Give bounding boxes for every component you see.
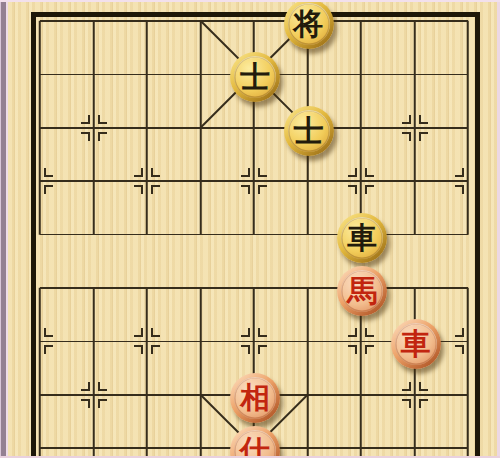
star-point-mark (241, 168, 250, 177)
star-point-mark (365, 185, 374, 194)
star-point-mark (402, 132, 411, 141)
star-point-mark (455, 168, 464, 177)
star-point-mark (134, 345, 143, 354)
red-chariot-glyph: 車 (395, 323, 437, 365)
red-elephant[interactable]: 相 (230, 373, 280, 423)
star-point-mark (258, 345, 267, 354)
star-point-mark (134, 168, 143, 177)
window-frame-top (0, 0, 500, 2)
black-general[interactable]: 将 (284, 0, 334, 49)
file-line-bottom (414, 288, 416, 458)
star-point-mark (258, 328, 267, 337)
star-point-mark (402, 115, 411, 124)
file-line-top (414, 21, 416, 235)
star-point-mark (81, 382, 90, 391)
star-point-mark (419, 132, 428, 141)
red-advisor-glyph: 仕 (234, 430, 276, 458)
file-line-bottom (467, 288, 469, 458)
xiangqi-app-window: 将士士車馬車相仕 (0, 0, 500, 458)
star-point-mark (365, 345, 374, 354)
star-point-mark (44, 345, 53, 354)
black-advisor-2-glyph: 士 (288, 110, 330, 152)
file-line-top (39, 21, 41, 235)
star-point-mark (44, 168, 53, 177)
star-point-mark (98, 399, 107, 408)
star-point-mark (258, 168, 267, 177)
window-frame-left (0, 0, 8, 458)
xiangqi-board[interactable]: 将士士車馬車相仕 (0, 0, 500, 458)
star-point-mark (44, 185, 53, 194)
star-point-mark (365, 328, 374, 337)
star-point-mark (44, 328, 53, 337)
star-point-mark (455, 345, 464, 354)
star-point-mark (348, 328, 357, 337)
red-elephant-glyph: 相 (234, 377, 276, 419)
red-horse-glyph: 馬 (341, 270, 383, 312)
file-line-bottom (146, 288, 148, 458)
star-point-mark (455, 328, 464, 337)
star-point-mark (419, 115, 428, 124)
star-point-mark (81, 399, 90, 408)
file-line-bottom (39, 288, 41, 458)
star-point-mark (241, 345, 250, 354)
star-point-mark (348, 185, 357, 194)
star-point-mark (81, 115, 90, 124)
file-line-bottom (200, 288, 202, 458)
star-point-mark (365, 168, 374, 177)
star-point-mark (98, 132, 107, 141)
star-point-mark (151, 345, 160, 354)
file-line-bottom (307, 288, 309, 458)
red-horse[interactable]: 馬 (337, 266, 387, 316)
star-point-mark (241, 185, 250, 194)
star-point-mark (134, 185, 143, 194)
file-line-top (93, 21, 95, 235)
file-line-top (146, 21, 148, 235)
star-point-mark (402, 399, 411, 408)
black-general-glyph: 将 (288, 3, 330, 45)
star-point-mark (151, 168, 160, 177)
file-line-bottom (93, 288, 95, 458)
star-point-mark (348, 345, 357, 354)
red-chariot[interactable]: 車 (391, 319, 441, 369)
black-chariot-glyph: 車 (341, 217, 383, 259)
star-point-mark (348, 168, 357, 177)
black-chariot[interactable]: 車 (337, 213, 387, 263)
star-point-mark (402, 382, 411, 391)
star-point-mark (419, 382, 428, 391)
star-point-mark (241, 328, 250, 337)
star-point-mark (98, 115, 107, 124)
black-advisor-1-glyph: 士 (234, 56, 276, 98)
star-point-mark (134, 328, 143, 337)
star-point-mark (81, 132, 90, 141)
star-point-mark (258, 185, 267, 194)
star-point-mark (455, 185, 464, 194)
star-point-mark (419, 399, 428, 408)
star-point-mark (151, 185, 160, 194)
file-line-top (467, 21, 469, 235)
star-point-mark (98, 382, 107, 391)
file-line-top (360, 21, 362, 235)
star-point-mark (151, 328, 160, 337)
black-advisor-2[interactable]: 士 (284, 106, 334, 156)
